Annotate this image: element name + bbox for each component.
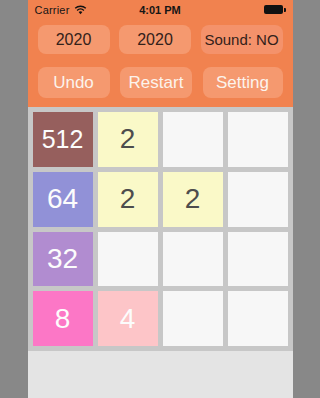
score-row: 2020 2020 Sound: NO xyxy=(38,25,283,54)
empty-cell xyxy=(163,112,223,167)
game-board[interactable]: 512 2 64 2 2 32 8 4 xyxy=(28,107,293,351)
button-row: Undo Restart Setting xyxy=(38,67,283,98)
undo-button[interactable]: Undo xyxy=(38,67,110,98)
sound-status[interactable]: Sound: NO xyxy=(201,25,283,54)
score-best: 2020 xyxy=(119,25,191,54)
tile-2: 2 xyxy=(98,112,158,167)
footer-area xyxy=(28,351,293,398)
tile-64: 64 xyxy=(33,172,93,227)
clock: 4:01 PM xyxy=(28,4,293,16)
tile-32: 32 xyxy=(33,232,93,287)
tile-512: 512 xyxy=(33,112,93,167)
empty-cell xyxy=(228,291,288,346)
status-bar: 4:01 PM Carrier xyxy=(28,0,293,19)
empty-cell xyxy=(228,172,288,227)
tile-4: 4 xyxy=(98,291,158,346)
score-current: 2020 xyxy=(38,25,110,54)
empty-cell xyxy=(228,112,288,167)
restart-button[interactable]: Restart xyxy=(120,67,192,98)
tile-2: 2 xyxy=(98,172,158,227)
empty-cell xyxy=(98,232,158,287)
empty-cell xyxy=(163,232,223,287)
header: 2020 2020 Sound: NO Undo Restart Setting xyxy=(28,19,293,107)
setting-button[interactable]: Setting xyxy=(203,67,283,98)
empty-cell xyxy=(228,232,288,287)
tile-2: 2 xyxy=(163,172,223,227)
app-screen: 4:01 PM Carrier 2020 2020 Sound: NO Undo… xyxy=(28,0,293,398)
tile-8: 8 xyxy=(33,291,93,346)
empty-cell xyxy=(163,291,223,346)
battery-icon xyxy=(264,5,286,14)
